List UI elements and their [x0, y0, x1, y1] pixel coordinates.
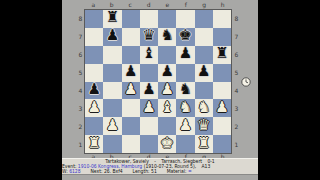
square-h7[interactable]	[213, 28, 231, 46]
white-king: ♚	[160, 136, 173, 151]
square-b2[interactable]: ♟	[103, 117, 121, 135]
black-knight: ♞	[179, 82, 192, 97]
square-g4[interactable]	[195, 82, 213, 100]
square-g5[interactable]: ♟	[195, 64, 213, 82]
caption-bar: Tartakower, Saviely - Tarrasch, Siegbert…	[62, 158, 258, 175]
square-b7[interactable]: ♟	[103, 28, 121, 46]
stats-line: W: 6128 Next: 26. Bxf4 Length: 51 Materi…	[62, 169, 258, 174]
square-e6[interactable]	[158, 46, 176, 64]
rank-label-2: 2	[78, 118, 83, 136]
square-b5[interactable]	[103, 64, 121, 82]
square-f2[interactable]: ♟	[176, 117, 194, 135]
black-pawn: ♟	[87, 82, 100, 97]
rank-label-7: 7	[234, 27, 239, 45]
square-h6[interactable]: ♜	[213, 46, 231, 64]
chess-board: ♜♟♛♞♚♝♟♜♟♟♟♟♟♟♟♞♟♟♝♞♞♟♟♟♛♜♚♜	[84, 9, 232, 154]
square-g7[interactable]	[195, 28, 213, 46]
white-knight: ♞	[179, 100, 192, 115]
square-d7[interactable]: ♛	[140, 28, 158, 46]
w-value: 6128	[69, 169, 80, 174]
white-pawn: ♟	[179, 118, 192, 133]
square-d5[interactable]	[140, 64, 158, 82]
square-c2[interactable]	[122, 117, 140, 135]
file-label-h: h	[214, 2, 233, 8]
black-pawn: ♟	[142, 82, 155, 97]
square-b1[interactable]	[103, 135, 121, 153]
rank-label-3: 3	[234, 100, 239, 118]
rank-label-1: 1	[234, 136, 239, 154]
square-a4[interactable]: ♟	[85, 82, 103, 100]
square-g3[interactable]: ♞	[195, 99, 213, 117]
square-f8[interactable]	[176, 10, 194, 28]
square-c8[interactable]	[122, 10, 140, 28]
square-f7[interactable]: ♚	[176, 28, 194, 46]
black-rook: ♜	[106, 10, 119, 25]
white-pawn: ♟	[142, 100, 155, 115]
square-f1[interactable]	[176, 135, 194, 153]
black-queen: ♛	[142, 28, 155, 43]
square-g8[interactable]	[195, 10, 213, 28]
white-pawn: ♟	[215, 100, 228, 115]
square-e2[interactable]	[158, 117, 176, 135]
square-e1[interactable]: ♚	[158, 135, 176, 153]
rank-labels-left: 87654321	[78, 9, 83, 154]
square-f5[interactable]	[176, 64, 194, 82]
letterbox-left	[0, 0, 62, 180]
square-f6[interactable]: ♟	[176, 46, 194, 64]
square-d1[interactable]	[140, 135, 158, 153]
rank-label-8: 8	[78, 9, 83, 27]
square-a6[interactable]	[85, 46, 103, 64]
square-a3[interactable]: ♟	[85, 99, 103, 117]
square-b3[interactable]	[103, 99, 121, 117]
square-c7[interactable]	[122, 28, 140, 46]
square-h8[interactable]	[213, 10, 231, 28]
letterbox-right	[258, 0, 320, 180]
square-d2[interactable]	[140, 117, 158, 135]
file-label-g: g	[195, 2, 214, 8]
rank-label-5: 5	[78, 63, 83, 81]
video-frame: abcdefgh 87654321 ♜♟♛♞♚♝♟♜♟♟♟♟♟♟♟♞♟♟♝♞♞♟…	[0, 0, 320, 180]
square-c3[interactable]	[122, 99, 140, 117]
square-e3[interactable]: ♝	[158, 99, 176, 117]
rank-label-1: 1	[78, 136, 83, 154]
white-pawn: ♟	[106, 118, 119, 133]
next-label: Next:	[90, 169, 102, 174]
rank-label-2: 2	[234, 118, 239, 136]
square-a1[interactable]: ♜	[85, 135, 103, 153]
white-rook: ♜	[197, 136, 210, 151]
rank-label-6: 6	[234, 45, 239, 63]
black-pawn: ♟	[160, 64, 173, 79]
square-d6[interactable]: ♝	[140, 46, 158, 64]
square-e8[interactable]	[158, 10, 176, 28]
square-c5[interactable]: ♟	[122, 64, 140, 82]
white-rook: ♜	[87, 136, 100, 151]
square-h1[interactable]	[213, 135, 231, 153]
square-c4[interactable]: ♟	[122, 82, 140, 100]
white-bishop: ♝	[160, 100, 173, 115]
file-label-e: e	[158, 2, 177, 8]
square-g2[interactable]: ♛	[195, 117, 213, 135]
material-label: Material:	[167, 169, 187, 174]
black-rook: ♜	[215, 46, 228, 61]
length-value: 51	[151, 169, 157, 174]
square-c6[interactable]	[122, 46, 140, 64]
file-label-a: a	[84, 2, 103, 8]
black-king: ♚	[179, 28, 192, 43]
white-pawn: ♟	[124, 82, 137, 97]
square-b4[interactable]	[103, 82, 121, 100]
file-label-d: d	[140, 2, 159, 8]
square-b8[interactable]: ♜	[103, 10, 121, 28]
rank-label-5: 5	[234, 63, 239, 81]
square-h4[interactable]	[213, 82, 231, 100]
square-a2[interactable]	[85, 117, 103, 135]
rank-labels-right: 87654321	[234, 9, 239, 154]
rank-label-8: 8	[234, 9, 239, 27]
white-pawn: ♟	[87, 100, 100, 115]
square-h5[interactable]	[213, 64, 231, 82]
chess-app-window: abcdefgh 87654321 ♜♟♛♞♚♝♟♜♟♟♟♟♟♟♟♞♟♟♝♞♞♟…	[62, 0, 258, 180]
white-pawn: ♟	[160, 82, 173, 97]
square-e5[interactable]: ♟	[158, 64, 176, 82]
next-move-value: 26. Bxf4	[104, 169, 123, 174]
square-d3[interactable]: ♟	[140, 99, 158, 117]
length-label: Length:	[133, 169, 150, 174]
file-label-f: f	[177, 2, 196, 8]
square-b6[interactable]	[103, 46, 121, 64]
square-g1[interactable]: ♜	[195, 135, 213, 153]
black-pawn: ♟	[197, 64, 210, 79]
eco-code: A13	[202, 164, 211, 169]
square-e4[interactable]: ♟	[158, 82, 176, 100]
square-d8[interactable]	[140, 10, 158, 28]
square-e7[interactable]: ♞	[158, 28, 176, 46]
rank-label-4: 4	[234, 82, 239, 100]
file-label-b: b	[103, 2, 122, 8]
w-label: W:	[62, 169, 68, 174]
black-pawn: ♟	[179, 46, 192, 61]
square-a8[interactable]	[85, 10, 103, 28]
file-label-c: c	[121, 2, 140, 8]
rank-label-3: 3	[78, 100, 83, 118]
square-d4[interactable]: ♟	[140, 82, 158, 100]
square-f4[interactable]: ♞	[176, 82, 194, 100]
square-c1[interactable]	[122, 135, 140, 153]
white-queen: ♛	[197, 118, 210, 133]
rank-label-4: 4	[78, 82, 83, 100]
black-bishop: ♝	[142, 46, 155, 61]
square-a5[interactable]	[85, 64, 103, 82]
square-f3[interactable]: ♞	[176, 99, 194, 117]
rank-label-6: 6	[78, 45, 83, 63]
black-pawn: ♟	[106, 28, 119, 43]
square-g6[interactable]	[195, 46, 213, 64]
file-labels-top: abcdefgh	[84, 2, 232, 8]
white-knight: ♞	[197, 100, 210, 115]
square-h3[interactable]: ♟	[213, 99, 231, 117]
material-value: =	[188, 169, 192, 174]
side-to-move-clock-icon	[241, 72, 251, 82]
square-h2[interactable]	[213, 117, 231, 135]
black-knight: ♞	[160, 28, 173, 43]
rank-label-7: 7	[78, 27, 83, 45]
black-pawn: ♟	[124, 64, 137, 79]
square-a7[interactable]	[85, 28, 103, 46]
